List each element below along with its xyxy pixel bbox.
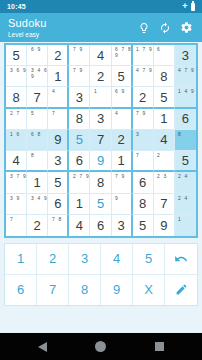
no-signal-icon: + xyxy=(182,2,187,11)
given-digit: 1 xyxy=(34,176,41,189)
cell-r8c8[interactable]: 7 xyxy=(154,194,175,215)
given-digit: 4 xyxy=(160,133,167,146)
given-digit: 3 xyxy=(182,49,189,62)
cell-r3c8[interactable]: 5 xyxy=(154,87,175,108)
cell-r1c4[interactable]: 79 xyxy=(69,45,90,66)
numpad-9[interactable]: 9 xyxy=(101,275,133,306)
cell-r1c6[interactable]: 6789 xyxy=(112,45,133,66)
cell-r3c4[interactable]: 3 xyxy=(69,87,90,108)
cell-r7c7[interactable]: 6 xyxy=(133,172,154,193)
given-digit: 1 xyxy=(117,154,124,167)
cell-r5c3[interactable]: 9 xyxy=(48,130,69,151)
cell-r3c7[interactable]: 2 xyxy=(133,87,154,108)
numpad-7[interactable]: 7 xyxy=(37,275,69,306)
cell-r4c9[interactable]: 6 xyxy=(175,109,196,130)
pencil-notes: 369 xyxy=(8,67,28,74)
cell-r7c1[interactable]: 379 xyxy=(6,172,27,193)
gear-icon xyxy=(180,21,193,34)
cell-r5c7[interactable]: 3 xyxy=(133,130,154,151)
cell-r9c9[interactable]: 1 xyxy=(175,215,196,236)
level-subtitle: Level easy xyxy=(8,31,47,38)
pencil-notes: 1 xyxy=(92,88,112,95)
cell-r2c4[interactable]: 79 xyxy=(69,66,90,87)
cell-r3c9[interactable]: 149 xyxy=(175,87,196,108)
numpad-3[interactable]: 3 xyxy=(69,244,101,275)
user-digit: 9 xyxy=(97,154,104,167)
cell-r9c7[interactable]: 5 xyxy=(133,215,154,236)
cell-r8c1[interactable]: 39 xyxy=(6,194,27,215)
cell-r4c4[interactable]: 8 xyxy=(69,109,90,130)
given-digit: 7 xyxy=(160,197,167,210)
given-digit: 6 xyxy=(139,176,146,189)
pencil-notes: 8 xyxy=(176,131,196,138)
cell-r5c8[interactable]: 4 xyxy=(154,130,175,151)
cell-r2c2[interactable]: 3469 xyxy=(27,66,48,87)
cell-r1c1[interactable]: 5 xyxy=(6,45,27,66)
restart-button[interactable] xyxy=(159,22,171,34)
cell-r7c2[interactable]: 1 xyxy=(27,172,48,193)
pencil-notes: 379 xyxy=(8,173,28,180)
pencil-notes: 79 xyxy=(71,46,91,53)
given-digit: 4 xyxy=(12,154,19,167)
given-digit: 9 xyxy=(54,133,61,146)
numpad-1[interactable]: 1 xyxy=(5,244,37,275)
clock: 10:45 xyxy=(7,3,26,10)
numpad-5[interactable]: 5 xyxy=(133,244,165,275)
app-screen: 10:45 + Sudoku Level easy 56927946789179… xyxy=(0,0,202,360)
cell-r2c9[interactable]: 479 xyxy=(175,66,196,87)
number-pad: 1 2 3 4 5 6 7 8 9 X xyxy=(4,243,198,306)
cell-r3c3[interactable]: 4 xyxy=(48,87,69,108)
pencil-notes: 16 xyxy=(8,131,28,138)
pencil-notes: 7 xyxy=(134,152,154,159)
given-digit: 9 xyxy=(160,219,167,232)
pencil-notes: 3 xyxy=(134,131,154,138)
given-digit: 8 xyxy=(139,197,146,210)
given-digit: 6 xyxy=(76,154,83,167)
cell-r7c4[interactable]: 279 xyxy=(69,172,90,193)
pencil-icon xyxy=(175,283,188,296)
given-digit: 3 xyxy=(117,219,124,232)
undo-button[interactable] xyxy=(165,244,197,275)
cell-r6c9[interactable]: 5 xyxy=(175,151,196,172)
pencil-notes: 479 xyxy=(134,67,154,74)
numpad-4[interactable]: 4 xyxy=(101,244,133,275)
given-digit: 5 xyxy=(54,176,61,189)
pencil-notes: 79 xyxy=(113,173,133,180)
cell-r9c8[interactable]: 9 xyxy=(154,215,175,236)
cell-r7c3[interactable]: 5 xyxy=(48,172,69,193)
cell-r6c3[interactable]: 3 xyxy=(48,151,69,172)
cell-r4c5[interactable]: 3 xyxy=(90,109,111,130)
cell-r2c3[interactable]: 1 xyxy=(48,66,69,87)
cell-r1c7[interactable]: 179 xyxy=(133,45,154,66)
cell-r8c2[interactable]: 349 xyxy=(27,194,48,215)
cell-r2c1[interactable]: 369 xyxy=(6,66,27,87)
back-button[interactable] xyxy=(38,342,47,352)
numpad-2[interactable]: 2 xyxy=(37,244,69,275)
given-digit: 3 xyxy=(97,112,104,125)
cell-r1c9[interactable]: 3 xyxy=(175,45,196,66)
refresh-icon xyxy=(159,22,171,34)
pencil-notes: 39 xyxy=(8,195,28,202)
pencil-notes: 1 xyxy=(176,216,196,223)
cell-r3c2[interactable]: 7 xyxy=(27,87,48,108)
pencil-notes: 27 xyxy=(8,110,28,117)
hint-button[interactable] xyxy=(138,22,150,34)
cell-r4c3[interactable]: 7 xyxy=(48,109,69,130)
cell-r4c6[interactable]: 4 xyxy=(112,109,133,130)
cell-r2c5[interactable]: 2 xyxy=(90,66,111,87)
cell-r9c5[interactable]: 6 xyxy=(90,215,111,236)
cell-r6c4[interactable]: 6 xyxy=(69,151,90,172)
pencil-notes: 7 xyxy=(8,216,28,223)
app-bar: Sudoku Level easy xyxy=(0,13,202,42)
given-digit: 2 xyxy=(139,91,146,104)
pencil-notes: 24 xyxy=(176,195,196,202)
cell-r5c5[interactable]: 7 xyxy=(90,130,111,151)
cell-r6c1[interactable]: 4 xyxy=(6,151,27,172)
home-button[interactable] xyxy=(95,341,106,352)
pencil-notes: 24 xyxy=(176,173,196,180)
cell-r7c9[interactable]: 24 xyxy=(175,172,196,193)
pencil-notes: 349 xyxy=(29,195,49,202)
cell-r2c7[interactable]: 479 xyxy=(133,66,154,87)
status-bar: 10:45 + xyxy=(0,0,202,13)
cell-r5c6[interactable]: 2 xyxy=(112,130,133,151)
pencil-notes: 79 xyxy=(71,67,91,74)
given-digit: 5 xyxy=(117,70,124,83)
cell-r9c3[interactable]: 78 xyxy=(48,215,69,236)
cell-r8c7[interactable]: 8 xyxy=(133,194,154,215)
pencil-notes: 3469 xyxy=(29,67,49,80)
given-digit: 8 xyxy=(76,112,83,125)
given-digit: 2 xyxy=(97,70,104,83)
cell-r1c2[interactable]: 69 xyxy=(27,45,48,66)
given-digit: 5 xyxy=(12,49,19,62)
user-digit: 5 xyxy=(76,133,83,146)
cell-r4c1[interactable]: 27 xyxy=(6,109,27,130)
settings-button[interactable] xyxy=(180,21,193,34)
cell-r6c5[interactable]: 9 xyxy=(90,151,111,172)
pencil-notes: 8 xyxy=(29,152,49,159)
pencil-notes: 4 xyxy=(113,110,133,117)
status-icons: + xyxy=(182,3,195,11)
given-digit: 1 xyxy=(160,112,167,125)
cell-r1c3[interactable]: 2 xyxy=(48,45,69,66)
pencil-button[interactable] xyxy=(165,275,197,306)
pencil-notes: 479 xyxy=(176,67,196,74)
given-digit: 1 xyxy=(76,197,83,210)
pencil-notes: 6 xyxy=(155,46,175,53)
pencil-notes: 179 xyxy=(134,46,154,53)
cell-r1c8[interactable]: 6 xyxy=(154,45,175,66)
given-digit: 2 xyxy=(54,49,61,62)
cell-r6c2[interactable]: 8 xyxy=(27,151,48,172)
cell-r8c6[interactable]: 9 xyxy=(112,194,133,215)
given-digit: 7 xyxy=(34,91,41,104)
pencil-notes: 279 xyxy=(71,173,91,180)
cell-r9c4[interactable]: 4 xyxy=(69,215,90,236)
given-digit: 4 xyxy=(76,219,83,232)
cell-r5c9[interactable]: 8 xyxy=(175,130,196,151)
pencil-notes: 23 xyxy=(155,173,175,180)
page-title: Sudoku xyxy=(8,17,47,29)
pencil-notes: 4 xyxy=(50,88,70,95)
cell-r5c1[interactable]: 16 xyxy=(6,130,27,151)
cell-r6c7[interactable]: 7 xyxy=(133,151,154,172)
cell-r5c4[interactable]: 5 xyxy=(69,130,90,151)
pencil-notes: 5 xyxy=(29,110,49,117)
pencil-notes: 149 xyxy=(176,88,196,95)
cell-r3c5[interactable]: 1 xyxy=(90,87,111,108)
battery-icon xyxy=(191,3,196,11)
pencil-notes: 78 xyxy=(50,216,70,223)
given-digit: 8 xyxy=(160,70,167,83)
sudoku-board: 5692794678917963369346917925479847987431… xyxy=(4,43,198,238)
cell-r8c3[interactable]: 6 xyxy=(48,194,69,215)
lightbulb-icon xyxy=(138,22,150,34)
cell-r7c6[interactable]: 79 xyxy=(112,172,133,193)
cell-r4c7[interactable]: 79 xyxy=(133,109,154,130)
given-digit: 2 xyxy=(34,219,41,232)
pencil-notes: 6789 xyxy=(113,46,133,59)
recents-button[interactable] xyxy=(155,342,165,352)
given-digit: 6 xyxy=(182,112,189,125)
given-digit: 2 xyxy=(117,133,124,146)
cell-r8c5[interactable]: 5 xyxy=(90,194,111,215)
given-digit: 8 xyxy=(97,176,104,189)
given-digit: 6 xyxy=(97,219,104,232)
cell-r9c1[interactable]: 7 xyxy=(6,215,27,236)
cell-r5c2[interactable]: 68 xyxy=(27,130,48,151)
cell-r4c8[interactable]: 1 xyxy=(154,109,175,130)
pencil-notes: 68 xyxy=(29,131,49,138)
undo-icon xyxy=(174,252,188,266)
given-digit: 5 xyxy=(182,154,189,167)
given-digit: 6 xyxy=(54,197,61,210)
pencil-notes: 7 xyxy=(50,110,70,117)
cell-r8c9[interactable]: 24 xyxy=(175,194,196,215)
pencil-notes: 79 xyxy=(134,110,154,117)
cell-r2c6[interactable]: 5 xyxy=(112,66,133,87)
given-digit: 8 xyxy=(12,91,19,104)
given-digit: 3 xyxy=(54,154,61,167)
cell-r1c5[interactable]: 4 xyxy=(90,45,111,66)
cell-r4c2[interactable]: 5 xyxy=(27,109,48,130)
cell-r3c1[interactable]: 8 xyxy=(6,87,27,108)
cell-r9c6[interactable]: 3 xyxy=(112,215,133,236)
pencil-notes: 69 xyxy=(29,46,49,53)
clear-button[interactable]: X xyxy=(133,275,165,306)
pencil-notes: 2 xyxy=(155,152,175,159)
given-digit: 3 xyxy=(76,91,83,104)
cell-r3c6[interactable]: 69 xyxy=(112,87,133,108)
cell-r6c8[interactable]: 2 xyxy=(154,151,175,172)
cell-r9c2[interactable]: 2 xyxy=(27,215,48,236)
numpad-8[interactable]: 8 xyxy=(69,275,101,306)
given-digit: 7 xyxy=(97,133,104,146)
cell-r8c4[interactable]: 1 xyxy=(69,194,90,215)
given-digit: 5 xyxy=(139,219,146,232)
title-block: Sudoku Level easy xyxy=(8,17,47,38)
pencil-notes: 9 xyxy=(113,195,133,202)
numpad-6[interactable]: 6 xyxy=(5,275,37,306)
given-digit: 1 xyxy=(54,70,61,83)
user-digit: 5 xyxy=(97,197,104,210)
pencil-notes: 69 xyxy=(113,88,133,95)
given-digit: 5 xyxy=(160,91,167,104)
android-nav-bar xyxy=(0,333,202,360)
given-digit: 4 xyxy=(97,49,104,62)
cell-r7c5[interactable]: 8 xyxy=(90,172,111,193)
cell-r7c8[interactable]: 23 xyxy=(154,172,175,193)
cell-r2c8[interactable]: 8 xyxy=(154,66,175,87)
cell-r6c6[interactable]: 1 xyxy=(112,151,133,172)
